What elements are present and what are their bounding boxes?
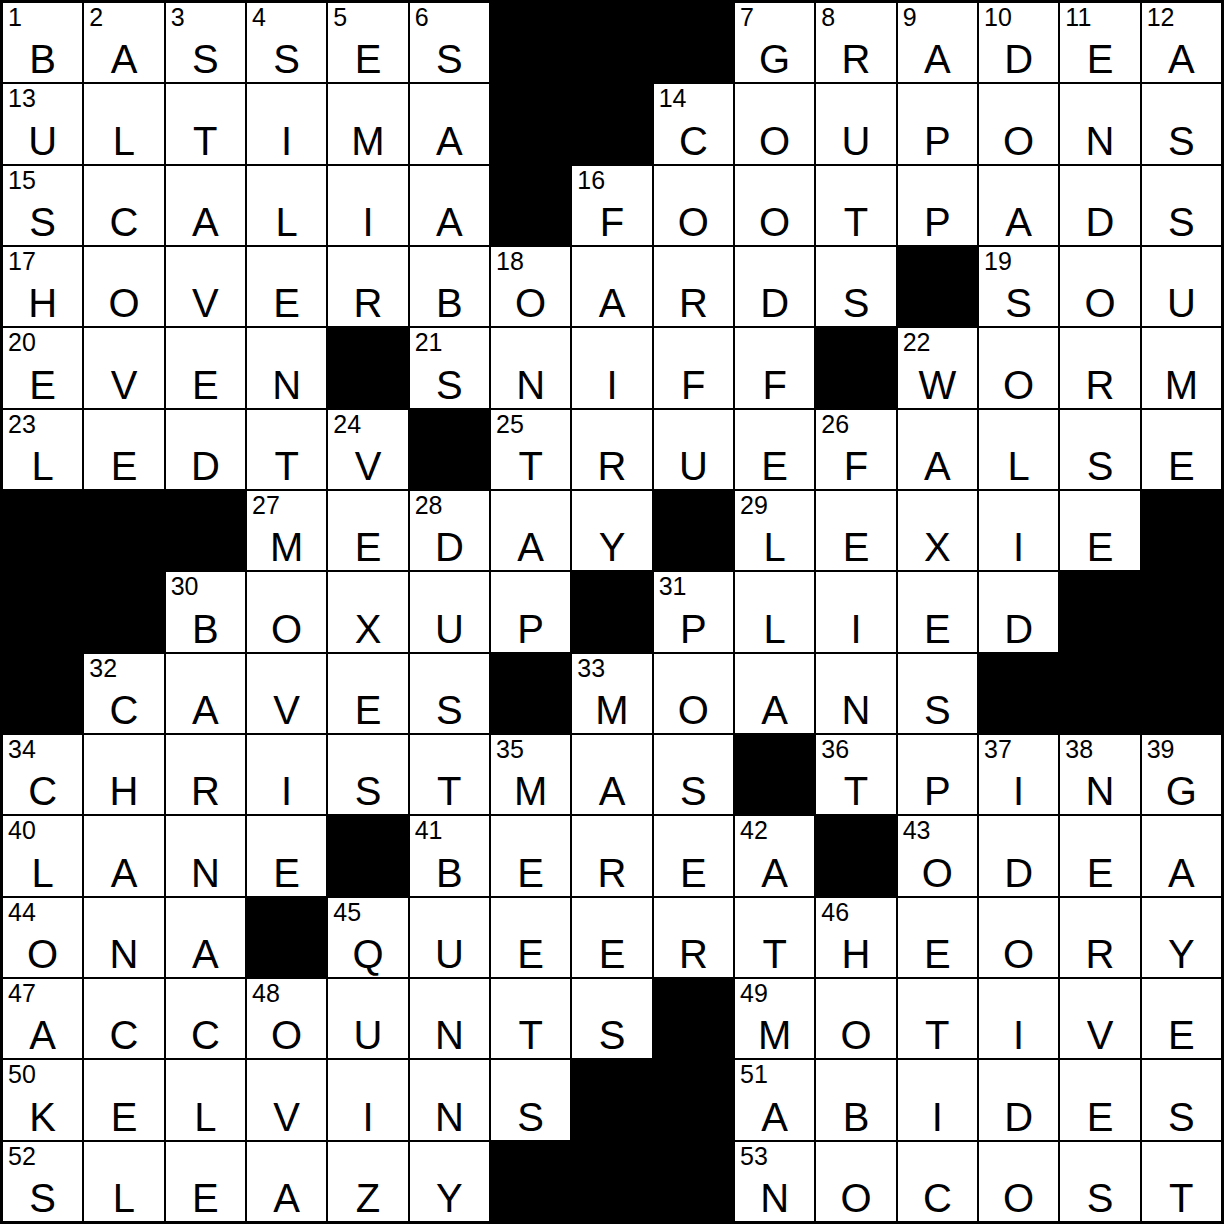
crossword-cell[interactable]: 8R [815, 2, 896, 83]
cell-letter: S [491, 1097, 570, 1137]
cell-letter: M [247, 527, 326, 567]
crossword-cell[interactable]: 23L [2, 409, 83, 490]
crossword-cell[interactable]: E [1059, 490, 1140, 571]
crossword-cell[interactable]: 40L [2, 815, 83, 896]
crossword-cell[interactable]: N [246, 327, 327, 408]
crossword-cell[interactable]: R [327, 246, 408, 327]
crossword-cell[interactable]: P [897, 165, 978, 246]
black-cell [83, 571, 164, 652]
cell-letter: C [654, 121, 733, 161]
crossword-cell[interactable]: S [490, 1059, 571, 1140]
crossword-cell[interactable]: O [978, 897, 1059, 978]
crossword-cell[interactable]: I [327, 165, 408, 246]
cell-letter: E [1060, 1097, 1139, 1137]
crossword-cell[interactable]: 45Q [327, 897, 408, 978]
cell-letter: L [3, 853, 82, 893]
cell-letter: P [898, 202, 977, 242]
crossword-cell[interactable]: X [897, 490, 978, 571]
crossword-cell[interactable]: 22W [897, 327, 978, 408]
crossword-cell[interactable]: A [83, 815, 164, 896]
cell-letter: B [166, 609, 245, 649]
crossword-cell[interactable]: O [83, 246, 164, 327]
black-cell [978, 653, 1059, 734]
crossword-cell[interactable]: R [653, 897, 734, 978]
clue-number: 12 [1147, 4, 1175, 32]
cell-letter: F [572, 202, 651, 242]
cell-letter: I [247, 771, 326, 811]
crossword-cell[interactable]: 17H [2, 246, 83, 327]
crossword-cell[interactable]: 36T [815, 734, 896, 815]
crossword-cell[interactable]: C [165, 978, 246, 1059]
crossword-cell[interactable]: O [978, 83, 1059, 164]
crossword-cell[interactable]: E [897, 897, 978, 978]
crossword-cell[interactable]: T [409, 734, 490, 815]
cell-letter: M [491, 771, 570, 811]
cell-letter: A [166, 202, 245, 242]
crossword-cell[interactable]: A [897, 409, 978, 490]
cell-letter: E [572, 934, 651, 974]
clue-number: 17 [8, 248, 36, 276]
black-cell [490, 165, 571, 246]
cell-letter: M [735, 1015, 814, 1055]
cell-letter: A [572, 283, 651, 323]
crossword-cell[interactable]: N [815, 653, 896, 734]
cell-letter: V [1060, 1015, 1139, 1055]
cell-letter: C [84, 202, 163, 242]
cell-letter: R [166, 771, 245, 811]
clue-number: 14 [659, 85, 687, 113]
crossword-cell[interactable]: D [978, 815, 1059, 896]
black-cell [653, 1059, 734, 1140]
crossword-cell[interactable]: 28D [409, 490, 490, 571]
crossword-cell[interactable]: C [83, 978, 164, 1059]
crossword-cell[interactable]: L [83, 1141, 164, 1222]
crossword-cell[interactable]: 41B [409, 815, 490, 896]
crossword-cell[interactable]: U [815, 83, 896, 164]
crossword-cell[interactable]: E [815, 490, 896, 571]
cell-letter: B [410, 283, 489, 323]
cell-letter: E [247, 283, 326, 323]
crossword-cell[interactable]: E [327, 490, 408, 571]
crossword-cell[interactable]: N [1059, 83, 1140, 164]
crossword-cell[interactable]: V [246, 1059, 327, 1140]
crossword-cell[interactable]: L [165, 1059, 246, 1140]
crossword-cell[interactable]: S [897, 653, 978, 734]
crossword-cell[interactable]: 9A [897, 2, 978, 83]
crossword-cell[interactable]: 49M [734, 978, 815, 1059]
crossword-cell[interactable]: 35M [490, 734, 571, 815]
cell-letter: T [1142, 1178, 1221, 1218]
crossword-cell[interactable]: P [897, 83, 978, 164]
crossword-cell[interactable]: U [653, 409, 734, 490]
crossword-cell[interactable]: T [897, 978, 978, 1059]
crossword-cell[interactable]: D [978, 1059, 1059, 1140]
crossword-cell[interactable]: T [734, 897, 815, 978]
crossword-cell[interactable]: O [246, 571, 327, 652]
crossword-cell[interactable]: 21S [409, 327, 490, 408]
black-cell [571, 2, 652, 83]
black-cell [1141, 653, 1222, 734]
black-cell [571, 83, 652, 164]
crossword-cell[interactable]: E [897, 571, 978, 652]
cell-letter: S [410, 690, 489, 730]
cell-letter: A [572, 771, 651, 811]
crossword-cell[interactable]: E [165, 327, 246, 408]
crossword-cell[interactable]: 47A [2, 978, 83, 1059]
clue-number: 48 [252, 980, 280, 1008]
cell-letter: R [572, 446, 651, 486]
crossword-cell[interactable]: 34C [2, 734, 83, 815]
crossword-cell[interactable]: 29L [734, 490, 815, 571]
crossword-cell[interactable]: O [653, 165, 734, 246]
crossword-cell[interactable]: S [1141, 1059, 1222, 1140]
crossword-cell[interactable]: 50K [2, 1059, 83, 1140]
crossword-cell[interactable]: 12A [1141, 2, 1222, 83]
cell-letter: E [166, 1178, 245, 1218]
crossword-cell[interactable]: E [83, 1059, 164, 1140]
crossword-cell[interactable]: O [815, 1141, 896, 1222]
crossword-cell[interactable]: E [327, 653, 408, 734]
crossword-cell[interactable]: E [653, 815, 734, 896]
cell-letter: O [816, 1015, 895, 1055]
crossword-cell[interactable]: 14C [653, 83, 734, 164]
crossword-cell[interactable]: V [1059, 978, 1140, 1059]
crossword-cell[interactable]: R [571, 409, 652, 490]
crossword-cell[interactable]: I [978, 978, 1059, 1059]
crossword-cell[interactable]: R [1059, 897, 1140, 978]
crossword-cell[interactable]: L [83, 83, 164, 164]
crossword-cell[interactable]: C [83, 165, 164, 246]
crossword-cell[interactable]: 30B [165, 571, 246, 652]
crossword-cell[interactable]: E [246, 815, 327, 896]
crossword-cell[interactable]: T [246, 409, 327, 490]
crossword-cell[interactable]: A [490, 490, 571, 571]
cell-letter: I [898, 1097, 977, 1137]
cell-letter: Y [572, 527, 651, 567]
crossword-cell[interactable]: 15S [2, 165, 83, 246]
crossword-cell[interactable]: Z [327, 1141, 408, 1222]
crossword-cell[interactable]: R [653, 246, 734, 327]
clue-number: 22 [903, 329, 931, 357]
crossword-cell[interactable]: L [978, 409, 1059, 490]
crossword-cell[interactable]: A [978, 165, 1059, 246]
cell-letter: P [898, 121, 977, 161]
crossword-cell[interactable]: U [1141, 246, 1222, 327]
crossword-cell[interactable]: E [490, 815, 571, 896]
cell-letter: S [328, 771, 407, 811]
crossword-cell[interactable]: R [1059, 327, 1140, 408]
crossword-cell[interactable]: Y [571, 490, 652, 571]
black-cell [815, 327, 896, 408]
crossword-cell[interactable]: 37I [978, 734, 1059, 815]
crossword-cell[interactable]: T [490, 978, 571, 1059]
crossword-cell[interactable]: 2A [83, 2, 164, 83]
crossword-cell[interactable]: 4S [246, 2, 327, 83]
crossword-cell[interactable]: E [165, 1141, 246, 1222]
clue-number: 27 [252, 492, 280, 520]
cell-letter: L [247, 202, 326, 242]
black-cell [815, 815, 896, 896]
cell-letter: B [3, 39, 82, 79]
crossword-cell[interactable]: S [1141, 165, 1222, 246]
crossword-cell[interactable]: O [734, 165, 815, 246]
cell-letter: U [3, 121, 82, 161]
black-cell [2, 653, 83, 734]
clue-number: 38 [1065, 736, 1093, 764]
cell-letter: V [84, 365, 163, 405]
crossword-cell[interactable]: D [734, 246, 815, 327]
crossword-cell[interactable]: A [571, 734, 652, 815]
crossword-cell[interactable]: E [1059, 1059, 1140, 1140]
crossword-cell[interactable]: 5E [327, 2, 408, 83]
crossword-cell[interactable]: P [897, 734, 978, 815]
crossword-cell[interactable]: F [734, 327, 815, 408]
black-cell [2, 571, 83, 652]
crossword-cell[interactable]: D [978, 571, 1059, 652]
crossword-cell[interactable]: S [1059, 1141, 1140, 1222]
crossword-cell[interactable]: R [571, 815, 652, 896]
cell-letter: S [1060, 1178, 1139, 1218]
crossword-cell[interactable]: U [327, 978, 408, 1059]
crossword-cell[interactable]: A [165, 897, 246, 978]
clue-number: 50 [8, 1061, 36, 1089]
crossword-cell[interactable]: O [1059, 246, 1140, 327]
clue-number: 6 [415, 4, 429, 32]
cell-letter: R [1060, 365, 1139, 405]
black-cell [327, 815, 408, 896]
cell-letter: V [247, 690, 326, 730]
cell-letter: O [654, 690, 733, 730]
cell-letter: O [898, 853, 977, 893]
crossword-cell[interactable]: I [815, 571, 896, 652]
crossword-cell[interactable]: 19S [978, 246, 1059, 327]
cell-letter: E [898, 934, 977, 974]
cell-letter: X [328, 609, 407, 649]
cell-letter: I [979, 771, 1058, 811]
crossword-cell[interactable]: S [1141, 83, 1222, 164]
clue-number: 9 [903, 4, 917, 32]
crossword-cell[interactable]: A [409, 83, 490, 164]
crossword-cell[interactable]: 38N [1059, 734, 1140, 815]
crossword-cell[interactable]: 11E [1059, 2, 1140, 83]
clue-number: 35 [496, 736, 524, 764]
crossword-cell[interactable]: V [246, 653, 327, 734]
crossword-cell[interactable]: S [653, 734, 734, 815]
crossword-cell[interactable]: 31P [653, 571, 734, 652]
cell-letter: D [166, 446, 245, 486]
black-cell [653, 490, 734, 571]
crossword-cell[interactable]: I [246, 83, 327, 164]
crossword-cell[interactable]: S [815, 246, 896, 327]
cell-letter: E [1060, 853, 1139, 893]
cell-letter: E [1060, 39, 1139, 79]
crossword-cell[interactable]: S [327, 734, 408, 815]
crossword-cell[interactable]: N [409, 1059, 490, 1140]
cell-letter: N [166, 853, 245, 893]
clue-number: 24 [333, 411, 361, 439]
crossword-cell[interactable]: 53N [734, 1141, 815, 1222]
cell-letter: S [979, 283, 1058, 323]
cell-letter: E [328, 39, 407, 79]
crossword-cell[interactable]: T [815, 165, 896, 246]
crossword-cell[interactable]: I [246, 734, 327, 815]
cell-letter: H [84, 771, 163, 811]
crossword-cell[interactable]: L [246, 165, 327, 246]
crossword-cell[interactable]: 39G [1141, 734, 1222, 815]
cell-letter: C [3, 771, 82, 811]
cell-letter: T [816, 202, 895, 242]
crossword-cell[interactable]: U [409, 571, 490, 652]
cell-letter: A [898, 446, 977, 486]
cell-letter: A [491, 527, 570, 567]
crossword-cell[interactable]: N [490, 327, 571, 408]
crossword-cell[interactable]: U [409, 897, 490, 978]
clue-number: 8 [821, 4, 835, 32]
crossword-cell[interactable]: V [83, 327, 164, 408]
cell-letter: I [816, 609, 895, 649]
crossword-cell[interactable]: 25T [490, 409, 571, 490]
crossword-cell[interactable]: O [815, 978, 896, 1059]
crossword-cell[interactable]: R [165, 734, 246, 815]
crossword-cell[interactable]: E [1141, 409, 1222, 490]
cell-letter: A [410, 121, 489, 161]
crossword-cell[interactable]: T [165, 83, 246, 164]
cell-letter: H [3, 283, 82, 323]
crossword-cell[interactable]: 32C [83, 653, 164, 734]
crossword-cell[interactable]: I [978, 490, 1059, 571]
cell-letter: O [735, 121, 814, 161]
crossword-cell[interactable]: N [83, 897, 164, 978]
cell-letter: C [84, 690, 163, 730]
cell-letter: E [247, 853, 326, 893]
crossword-cell[interactable]: 6S [409, 2, 490, 83]
crossword-cell[interactable]: 48O [246, 978, 327, 1059]
crossword-cell[interactable]: O [734, 83, 815, 164]
cell-letter: S [1142, 121, 1221, 161]
crossword-cell[interactable]: B [409, 246, 490, 327]
black-cell [897, 246, 978, 327]
cell-letter: E [1142, 1015, 1221, 1055]
crossword-cell[interactable]: Y [1141, 897, 1222, 978]
crossword-cell[interactable]: X [327, 571, 408, 652]
crossword-cell[interactable]: E [246, 246, 327, 327]
crossword-cell[interactable]: F [653, 327, 734, 408]
crossword-cell[interactable]: O [978, 327, 1059, 408]
black-cell [653, 1141, 734, 1222]
crossword-cell[interactable]: D [1059, 165, 1140, 246]
crossword-cell[interactable]: 43O [897, 815, 978, 896]
cell-letter: O [979, 121, 1058, 161]
crossword-cell[interactable]: 51A [734, 1059, 815, 1140]
crossword-cell[interactable]: 33M [571, 653, 652, 734]
crossword-cell[interactable]: S [1059, 409, 1140, 490]
crossword-cell[interactable]: S [409, 653, 490, 734]
crossword-cell[interactable]: A [165, 653, 246, 734]
crossword-cell[interactable]: A [165, 165, 246, 246]
cell-letter: T [166, 121, 245, 161]
crossword-cell[interactable]: 44O [2, 897, 83, 978]
cell-letter: E [84, 446, 163, 486]
crossword-cell[interactable]: M [327, 83, 408, 164]
cell-letter: T [491, 1015, 570, 1055]
crossword-cell[interactable]: N [165, 815, 246, 896]
crossword-cell[interactable]: B [815, 1059, 896, 1140]
crossword-cell[interactable]: 52S [2, 1141, 83, 1222]
crossword-cell[interactable]: 46H [815, 897, 896, 978]
crossword-cell[interactable]: V [165, 246, 246, 327]
crossword-cell[interactable]: A [734, 653, 815, 734]
crossword-cell[interactable]: I [571, 327, 652, 408]
cell-letter: E [328, 527, 407, 567]
crossword-cell[interactable]: D [165, 409, 246, 490]
cell-letter: N [410, 1097, 489, 1137]
crossword-cell[interactable]: 26F [815, 409, 896, 490]
crossword-cell[interactable]: E [1141, 978, 1222, 1059]
crossword-cell[interactable]: 27M [246, 490, 327, 571]
crossword-cell[interactable]: L [734, 571, 815, 652]
cell-letter: A [166, 690, 245, 730]
cell-letter: T [491, 446, 570, 486]
crossword-cell[interactable]: N [409, 978, 490, 1059]
crossword-cell[interactable]: 18O [490, 246, 571, 327]
crossword-cell[interactable]: Y [409, 1141, 490, 1222]
crossword-cell[interactable]: T [1141, 1141, 1222, 1222]
cell-letter: P [491, 609, 570, 649]
crossword-cell[interactable]: 20E [2, 327, 83, 408]
crossword-cell[interactable]: E [83, 409, 164, 490]
crossword-cell[interactable]: 42A [734, 815, 815, 896]
crossword-cell[interactable]: O [653, 653, 734, 734]
crossword-cell[interactable]: E [490, 897, 571, 978]
clue-number: 15 [8, 167, 36, 195]
crossword-cell[interactable]: 7G [734, 2, 815, 83]
crossword-cell[interactable]: I [897, 1059, 978, 1140]
crossword-cell[interactable]: O [978, 1141, 1059, 1222]
crossword-cell[interactable]: M [1141, 327, 1222, 408]
cell-letter: N [816, 690, 895, 730]
clue-number: 11 [1065, 4, 1091, 32]
crossword-cell[interactable]: 10D [978, 2, 1059, 83]
crossword-cell[interactable]: A [246, 1141, 327, 1222]
cell-letter: T [247, 446, 326, 486]
cell-letter: C [898, 1178, 977, 1218]
cell-letter: L [3, 446, 82, 486]
crossword-cell[interactable]: 1B [2, 2, 83, 83]
crossword-cell[interactable]: E [571, 897, 652, 978]
crossword-cell[interactable]: S [571, 978, 652, 1059]
crossword-cell[interactable]: 3S [165, 2, 246, 83]
cell-letter: D [410, 527, 489, 567]
crossword-cell[interactable]: E [1059, 815, 1140, 896]
black-cell [246, 897, 327, 978]
cell-letter: M [572, 690, 651, 730]
crossword-cell[interactable]: I [327, 1059, 408, 1140]
crossword-cell[interactable]: P [490, 571, 571, 652]
crossword-cell[interactable]: 16F [571, 165, 652, 246]
crossword-cell[interactable]: 24V [327, 409, 408, 490]
crossword-cell[interactable]: A [409, 165, 490, 246]
cell-letter: R [654, 283, 733, 323]
crossword-cell[interactable]: 13U [2, 83, 83, 164]
crossword-cell[interactable]: A [1141, 815, 1222, 896]
crossword-cell[interactable]: C [897, 1141, 978, 1222]
clue-number: 40 [8, 817, 36, 845]
cell-letter: A [735, 853, 814, 893]
cell-letter: L [979, 446, 1058, 486]
crossword-cell[interactable]: H [83, 734, 164, 815]
crossword-cell[interactable]: A [571, 246, 652, 327]
crossword-cell[interactable]: E [734, 409, 815, 490]
